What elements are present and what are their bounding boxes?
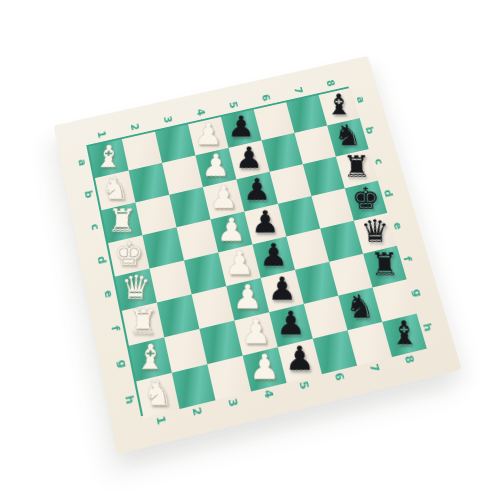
- white-rook-f1: ♜: [127, 305, 158, 339]
- black-pawn-b5: ♟: [234, 143, 262, 173]
- white-pawn-e4: ♟: [224, 246, 254, 279]
- white-bishop-g1: ♝: [134, 339, 166, 373]
- white-pawn-c4: ♟: [208, 181, 237, 212]
- black-pawn-a5: ♟: [227, 112, 255, 141]
- white-rook-c1: ♜: [106, 204, 137, 236]
- black-pawn-e5: ♟: [259, 239, 288, 270]
- black-pawn-f5: ♟: [267, 272, 296, 304]
- white-queen-e1: ♛: [120, 271, 151, 304]
- black-pawn-c5: ♟: [242, 174, 270, 204]
- mat-frame: 12345678 abcdefgh ♝♟♟♝♞♟♟♞♜♟♟♜♚♟♟♚♛♟♟♛♜♟…: [68, 70, 445, 438]
- product-photo-scene: 12345678 abcdefgh ♝♟♟♝♞♟♟♞♜♟♟♜♚♟♟♚♛♟♟♛♜♟…: [0, 0, 500, 500]
- chess-mat: 12345678 abcdefgh ♝♟♟♝♞♟♟♞♜♟♟♜♚♟♟♚♛♟♟♛♜♟…: [54, 56, 462, 455]
- white-king-d1: ♚: [113, 237, 144, 269]
- white-pawn-g4: ♟: [240, 314, 271, 348]
- white-pawn-a4: ♟: [193, 119, 222, 149]
- black-pawn-g5: ♟: [275, 307, 305, 340]
- white-pawn-b4: ♟: [201, 150, 230, 181]
- white-knight-b1: ♞: [99, 172, 129, 203]
- black-pawn-d5: ♟: [250, 206, 279, 237]
- black-knight-g7: ♞: [344, 290, 374, 322]
- white-bishop-a1: ♝: [93, 141, 123, 171]
- corner-spacer: [424, 343, 445, 363]
- white-pawn-d4: ♟: [216, 214, 246, 246]
- white-pawn-f4: ♟: [232, 280, 262, 313]
